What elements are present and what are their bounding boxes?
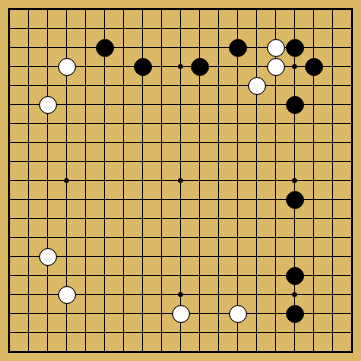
white-stone	[229, 305, 247, 323]
black-stone	[134, 58, 152, 76]
black-stone	[286, 305, 304, 323]
star-point	[292, 292, 297, 297]
white-stone	[248, 77, 266, 95]
black-stone	[229, 39, 247, 57]
star-point	[178, 64, 183, 69]
white-stone	[39, 248, 57, 266]
board-intersections	[0, 0, 361, 361]
black-stone	[286, 267, 304, 285]
star-point	[178, 292, 183, 297]
white-stone	[267, 58, 285, 76]
star-point	[64, 178, 69, 183]
star-point	[292, 178, 297, 183]
white-stone	[267, 39, 285, 57]
go-board[interactable]	[0, 0, 361, 361]
star-point	[292, 64, 297, 69]
go-diagram	[0, 0, 361, 361]
black-stone	[191, 58, 209, 76]
white-stone	[172, 305, 190, 323]
white-stone	[39, 96, 57, 114]
black-stone	[96, 39, 114, 57]
black-stone	[286, 191, 304, 209]
white-stone	[58, 286, 76, 304]
star-point	[178, 178, 183, 183]
black-stone	[286, 39, 304, 57]
black-stone	[286, 96, 304, 114]
white-stone	[58, 58, 76, 76]
black-stone	[305, 58, 323, 76]
